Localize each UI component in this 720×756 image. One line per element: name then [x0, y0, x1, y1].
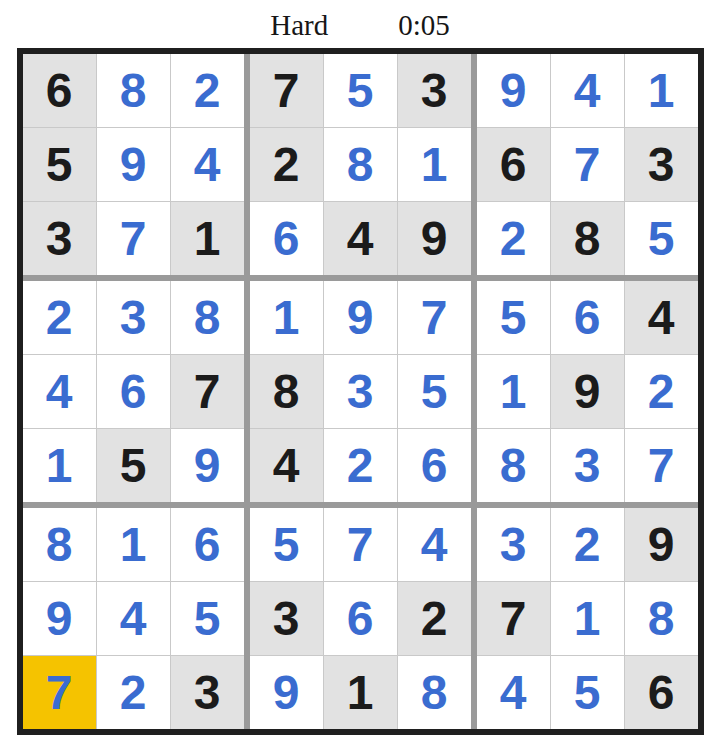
cell-r5c9[interactable]: 2	[625, 355, 698, 428]
cell-r8c1[interactable]: 9	[23, 582, 96, 655]
cell-r2c2[interactable]: 9	[97, 128, 170, 201]
cell-r4c7[interactable]: 5	[477, 281, 550, 354]
cell-r1c1[interactable]: 6	[23, 54, 96, 127]
cell-r7c5[interactable]: 7	[324, 508, 397, 581]
cell-r9c6[interactable]: 8	[398, 656, 471, 729]
cell-r2c9[interactable]: 3	[625, 128, 698, 201]
cell-r9c5[interactable]: 1	[324, 656, 397, 729]
cell-r8c3[interactable]: 5	[171, 582, 244, 655]
cell-r1c6[interactable]: 3	[398, 54, 471, 127]
cell-r6c6[interactable]: 6	[398, 429, 471, 502]
cell-r3c5[interactable]: 4	[324, 202, 397, 275]
cell-r4c8[interactable]: 6	[551, 281, 624, 354]
cell-r6c9[interactable]: 7	[625, 429, 698, 502]
box-8: 574362918	[250, 508, 471, 729]
cell-r1c7[interactable]: 9	[477, 54, 550, 127]
cell-r3c7[interactable]: 2	[477, 202, 550, 275]
cell-r7c1[interactable]: 8	[23, 508, 96, 581]
cell-r2c4[interactable]: 2	[250, 128, 323, 201]
cell-r3c6[interactable]: 9	[398, 202, 471, 275]
cell-r1c9[interactable]: 1	[625, 54, 698, 127]
cell-r9c8[interactable]: 5	[551, 656, 624, 729]
cell-r6c2[interactable]: 5	[97, 429, 170, 502]
cell-r1c8[interactable]: 4	[551, 54, 624, 127]
cell-r6c1[interactable]: 1	[23, 429, 96, 502]
cell-r4c2[interactable]: 3	[97, 281, 170, 354]
cell-r8c8[interactable]: 1	[551, 582, 624, 655]
box-4: 238467159	[23, 281, 244, 502]
box-3: 941673285	[477, 54, 698, 275]
cell-r9c3[interactable]: 3	[171, 656, 244, 729]
sudoku-board: 6825943717532816499416732852384671591978…	[17, 48, 704, 735]
cell-r9c7[interactable]: 4	[477, 656, 550, 729]
cell-r7c2[interactable]: 1	[97, 508, 170, 581]
cell-r8c2[interactable]: 4	[97, 582, 170, 655]
cell-r5c8[interactable]: 9	[551, 355, 624, 428]
cell-r7c3[interactable]: 6	[171, 508, 244, 581]
cell-r3c9[interactable]: 5	[625, 202, 698, 275]
cell-r8c4[interactable]: 3	[250, 582, 323, 655]
cell-r5c1[interactable]: 4	[23, 355, 96, 428]
cell-r5c5[interactable]: 3	[324, 355, 397, 428]
cell-r7c7[interactable]: 3	[477, 508, 550, 581]
box-9: 329718456	[477, 508, 698, 729]
cell-r3c3[interactable]: 1	[171, 202, 244, 275]
cell-r7c4[interactable]: 5	[250, 508, 323, 581]
cell-r1c3[interactable]: 2	[171, 54, 244, 127]
cell-r7c8[interactable]: 2	[551, 508, 624, 581]
box-7: 816945723	[23, 508, 244, 729]
cell-r6c7[interactable]: 8	[477, 429, 550, 502]
cell-r8c5[interactable]: 6	[324, 582, 397, 655]
cell-r5c6[interactable]: 5	[398, 355, 471, 428]
cell-r2c1[interactable]: 5	[23, 128, 96, 201]
cell-r7c9[interactable]: 9	[625, 508, 698, 581]
cell-r6c4[interactable]: 4	[250, 429, 323, 502]
cell-r2c5[interactable]: 8	[324, 128, 397, 201]
cell-r3c2[interactable]: 7	[97, 202, 170, 275]
box-2: 753281649	[250, 54, 471, 275]
cell-r6c3[interactable]: 9	[171, 429, 244, 502]
cell-r5c2[interactable]: 6	[97, 355, 170, 428]
cell-r4c5[interactable]: 9	[324, 281, 397, 354]
cell-r2c3[interactable]: 4	[171, 128, 244, 201]
cell-r2c7[interactable]: 6	[477, 128, 550, 201]
cell-r9c2[interactable]: 2	[97, 656, 170, 729]
cell-r3c4[interactable]: 6	[250, 202, 323, 275]
cell-r4c4[interactable]: 1	[250, 281, 323, 354]
cell-r4c3[interactable]: 8	[171, 281, 244, 354]
cell-r9c1[interactable]: 7	[23, 656, 96, 729]
cell-r1c5[interactable]: 5	[324, 54, 397, 127]
cell-r1c2[interactable]: 8	[97, 54, 170, 127]
cell-r2c8[interactable]: 7	[551, 128, 624, 201]
cell-r1c4[interactable]: 7	[250, 54, 323, 127]
difficulty-label: Hard	[270, 9, 328, 42]
timer: 0:05	[398, 9, 450, 42]
cell-r9c9[interactable]: 6	[625, 656, 698, 729]
cell-r4c6[interactable]: 7	[398, 281, 471, 354]
cell-r2c6[interactable]: 1	[398, 128, 471, 201]
cell-r5c3[interactable]: 7	[171, 355, 244, 428]
cell-r6c5[interactable]: 2	[324, 429, 397, 502]
sudoku-page: Hard 0:05 682594371753281649941673285238…	[0, 0, 720, 756]
cell-r9c4[interactable]: 9	[250, 656, 323, 729]
cell-r3c1[interactable]: 3	[23, 202, 96, 275]
box-1: 682594371	[23, 54, 244, 275]
cell-r8c7[interactable]: 7	[477, 582, 550, 655]
box-6: 564192837	[477, 281, 698, 502]
cell-r4c9[interactable]: 4	[625, 281, 698, 354]
cell-r5c4[interactable]: 8	[250, 355, 323, 428]
cell-r4c1[interactable]: 2	[23, 281, 96, 354]
cell-r7c6[interactable]: 4	[398, 508, 471, 581]
cell-r3c8[interactable]: 8	[551, 202, 624, 275]
cell-r5c7[interactable]: 1	[477, 355, 550, 428]
cell-r8c9[interactable]: 8	[625, 582, 698, 655]
cell-r8c6[interactable]: 2	[398, 582, 471, 655]
box-5: 197835426	[250, 281, 471, 502]
cell-r6c8[interactable]: 3	[551, 429, 624, 502]
puzzle-header: Hard 0:05	[0, 0, 720, 48]
